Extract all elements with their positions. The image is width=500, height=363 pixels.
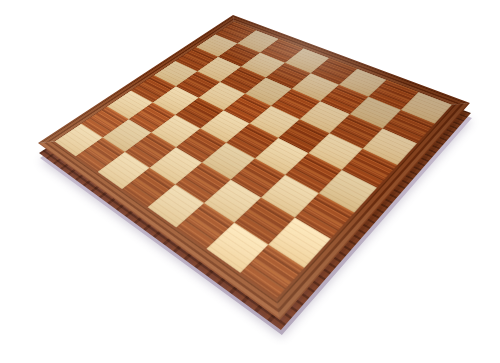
product-photo-canvas bbox=[0, 0, 500, 363]
chess-board bbox=[38, 15, 470, 320]
board-grid bbox=[55, 22, 452, 299]
